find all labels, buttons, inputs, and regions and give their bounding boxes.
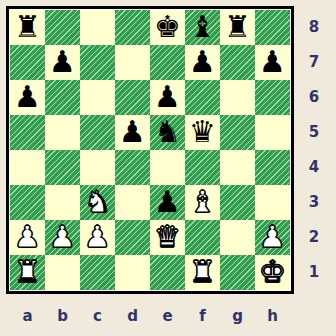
rank-labels: 87654321 [294,10,334,290]
square-a1[interactable]: ♜ [10,255,45,290]
piece-black-rook-a8[interactable]: ♜ [10,10,45,45]
chess-board: ♜♚♝♜♟♟♟♟♟♟♞♛♞♟♝♟♟♟♛♟♜♜♚ [10,10,290,290]
piece-white-queen-e2[interactable]: ♛ [150,220,185,255]
square-g2[interactable] [220,220,255,255]
square-e7[interactable] [150,45,185,80]
square-a8[interactable]: ♜ [10,10,45,45]
file-label-a: a [10,307,45,325]
square-c1[interactable] [80,255,115,290]
rank-label-7: 7 [294,45,334,80]
square-a4[interactable] [10,150,45,185]
rank-label-6: 6 [294,80,334,115]
square-e2[interactable]: ♛ [150,220,185,255]
piece-white-king-h1[interactable]: ♚ [255,255,290,290]
square-f4[interactable] [185,150,220,185]
square-a5[interactable] [10,115,45,150]
piece-white-pawn-c2[interactable]: ♟ [80,220,115,255]
piece-black-pawn-h7[interactable]: ♟ [255,45,290,80]
square-f7[interactable]: ♟ [185,45,220,80]
square-g1[interactable] [220,255,255,290]
file-label-d: d [115,307,150,325]
square-d4[interactable] [115,150,150,185]
square-f6[interactable] [185,80,220,115]
square-b6[interactable] [45,80,80,115]
piece-white-rook-a1[interactable]: ♜ [10,255,45,290]
square-h3[interactable] [255,185,290,220]
chess-board-frame: ♜♚♝♜♟♟♟♟♟♟♞♛♞♟♝♟♟♟♛♟♜♜♚ [6,6,294,294]
square-c4[interactable] [80,150,115,185]
square-e1[interactable] [150,255,185,290]
square-a6[interactable]: ♟ [10,80,45,115]
piece-black-rook-g8[interactable]: ♜ [220,10,255,45]
file-label-g: g [220,307,255,325]
square-e4[interactable] [150,150,185,185]
square-g6[interactable] [220,80,255,115]
square-e6[interactable]: ♟ [150,80,185,115]
file-label-f: f [185,307,220,325]
square-f8[interactable]: ♝ [185,10,220,45]
rank-label-3: 3 [294,185,334,220]
rank-label-5: 5 [294,115,334,150]
file-label-c: c [80,307,115,325]
square-d6[interactable] [115,80,150,115]
square-b4[interactable] [45,150,80,185]
square-f5[interactable]: ♛ [185,115,220,150]
piece-white-pawn-h2[interactable]: ♟ [255,220,290,255]
square-g8[interactable]: ♜ [220,10,255,45]
square-d2[interactable] [115,220,150,255]
square-h2[interactable]: ♟ [255,220,290,255]
square-b1[interactable] [45,255,80,290]
square-g3[interactable] [220,185,255,220]
square-d1[interactable] [115,255,150,290]
piece-white-pawn-a2[interactable]: ♟ [10,220,45,255]
square-h7[interactable]: ♟ [255,45,290,80]
file-label-h: h [255,307,290,325]
square-g5[interactable] [220,115,255,150]
square-c3[interactable]: ♞ [80,185,115,220]
square-e3[interactable]: ♟ [150,185,185,220]
square-d3[interactable] [115,185,150,220]
piece-white-pawn-b2[interactable]: ♟ [45,220,80,255]
file-labels: abcdefgh [10,299,290,333]
piece-black-knight-e5[interactable]: ♞ [150,115,185,150]
square-f3[interactable]: ♝ [185,185,220,220]
square-h6[interactable] [255,80,290,115]
square-d7[interactable] [115,45,150,80]
piece-white-rook-f1[interactable]: ♜ [185,255,220,290]
square-b5[interactable] [45,115,80,150]
square-h4[interactable] [255,150,290,185]
piece-black-pawn-e3[interactable]: ♟ [150,185,185,220]
square-e8[interactable]: ♚ [150,10,185,45]
square-b2[interactable]: ♟ [45,220,80,255]
piece-black-pawn-d5[interactable]: ♟ [115,115,150,150]
square-b3[interactable] [45,185,80,220]
square-h1[interactable]: ♚ [255,255,290,290]
chess-diagram-page: { "game": "chess", "position": "r3kbr1/1… [0,0,336,336]
square-a2[interactable]: ♟ [10,220,45,255]
piece-black-bishop-f8[interactable]: ♝ [185,10,220,45]
rank-label-4: 4 [294,150,334,185]
file-label-e: e [150,307,185,325]
square-b7[interactable]: ♟ [45,45,80,80]
rank-label-1: 1 [294,255,334,290]
piece-white-knight-c3[interactable]: ♞ [80,185,115,220]
square-c7[interactable] [80,45,115,80]
square-f2[interactable] [185,220,220,255]
square-c8[interactable] [80,10,115,45]
piece-black-pawn-b7[interactable]: ♟ [45,45,80,80]
rank-label-2: 2 [294,220,334,255]
square-c5[interactable] [80,115,115,150]
piece-black-pawn-f7[interactable]: ♟ [185,45,220,80]
square-a3[interactable] [10,185,45,220]
square-d5[interactable]: ♟ [115,115,150,150]
square-h5[interactable] [255,115,290,150]
square-a7[interactable] [10,45,45,80]
square-c2[interactable]: ♟ [80,220,115,255]
square-h8[interactable] [255,10,290,45]
square-g7[interactable] [220,45,255,80]
square-e5[interactable]: ♞ [150,115,185,150]
piece-black-pawn-e6[interactable]: ♟ [150,80,185,115]
square-d8[interactable] [115,10,150,45]
piece-black-king-e8[interactable]: ♚ [150,10,185,45]
square-g4[interactable] [220,150,255,185]
square-b8[interactable] [45,10,80,45]
file-label-b: b [45,307,80,325]
piece-black-queen-f5[interactable]: ♛ [185,115,220,150]
piece-black-pawn-a6[interactable]: ♟ [10,80,45,115]
square-f1[interactable]: ♜ [185,255,220,290]
piece-white-bishop-f3[interactable]: ♝ [185,185,220,220]
square-c6[interactable] [80,80,115,115]
rank-label-8: 8 [294,10,334,45]
